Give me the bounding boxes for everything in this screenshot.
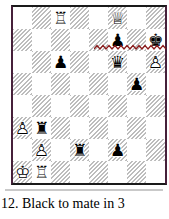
black-rook-b3: ♜ [33,120,50,137]
square-d4 [70,95,89,117]
square-a2 [13,139,32,161]
puzzle-caption: 12. Black to mate in 3 [1,196,125,212]
white-pawn-a3: ♟♙ [14,120,31,137]
square-e8 [89,7,108,29]
black-pawn-g5: ♟ [128,76,145,93]
square-h3 [146,117,165,139]
piece-glyph: ♜ [33,120,50,137]
square-b6 [32,51,51,73]
square-e5 [89,73,108,95]
piece-glyph: ♖ [52,10,69,27]
square-f4 [108,95,127,117]
square-c4 [51,95,70,117]
square-a4 [13,95,32,117]
white-rook-b1: ♜♖ [33,164,50,181]
scan-artifact-line [5,189,163,191]
piece-glyph: ♕ [109,10,126,27]
square-e3 [89,117,108,139]
square-h8 [146,7,165,29]
piece-glyph: ♜ [71,142,88,159]
square-d5 [70,73,89,95]
square-d1 [70,161,89,183]
square-a5 [13,73,32,95]
square-d7 [70,29,89,51]
square-e4 [89,95,108,117]
square-c7 [51,29,70,51]
white-queen-f8: ♛♕ [109,10,126,27]
piece-glyph: ♙ [147,54,164,71]
square-c2 [51,139,70,161]
square-g6 [127,51,146,73]
piece-glyph: ♙ [14,120,31,137]
piece-glyph: ♙ [33,142,50,159]
square-a8 [13,7,32,29]
square-f5 [108,73,127,95]
square-g5: ♟ [127,73,146,95]
square-a6 [13,51,32,73]
white-pawn-b2: ♟♙ [33,142,50,159]
piece-glyph: ♟ [128,76,145,93]
square-h2 [146,139,165,161]
square-h4 [146,95,165,117]
square-g3 [127,117,146,139]
black-pawn-c6: ♟ [52,54,69,71]
square-d6 [70,51,89,73]
piece-glyph: ♔ [14,164,31,181]
square-a3: ♟♙ [13,117,32,139]
square-d8 [70,7,89,29]
square-h1 [146,161,165,183]
square-f8: ♛♕ [108,7,127,29]
square-e1 [89,161,108,183]
black-rook-d2: ♜ [71,142,88,159]
square-b4 [32,95,51,117]
red-squiggle-annotation [94,44,167,50]
square-c3 [51,117,70,139]
black-queen-f6: ♛ [109,54,126,71]
square-a7 [13,29,32,51]
black-pawn-f2: ♟ [109,142,126,159]
square-b7 [32,29,51,51]
square-b5 [32,73,51,95]
square-b1: ♜♖ [32,161,51,183]
piece-glyph: ♟ [52,54,69,71]
white-king-a1: ♚♔ [14,164,31,181]
square-c5 [51,73,70,95]
square-g2 [127,139,146,161]
piece-glyph: ♖ [33,164,50,181]
square-f3 [108,117,127,139]
square-g8 [127,7,146,29]
square-b2: ♟♙ [32,139,51,161]
square-d2: ♜ [70,139,89,161]
square-f2: ♟ [108,139,127,161]
white-pawn-h6: ♟♙ [147,54,164,71]
square-f6: ♛ [108,51,127,73]
square-c6: ♟ [51,51,70,73]
square-g1 [127,161,146,183]
square-f1 [108,161,127,183]
square-b8 [32,7,51,29]
chess-board: ♜♖♛♕♟♚♟♛♟♙♟♟♙♜♟♙♜♟♚♔♜♖ [11,5,167,185]
square-a1: ♚♔ [13,161,32,183]
square-c8: ♜♖ [51,7,70,29]
square-b3: ♜ [32,117,51,139]
square-h5 [146,73,165,95]
square-c1 [51,161,70,183]
red-squiggle-path [94,46,166,50]
white-rook-c8: ♜♖ [52,10,69,27]
piece-glyph: ♟ [109,142,126,159]
square-e2 [89,139,108,161]
piece-glyph: ♛ [109,54,126,71]
square-e6 [89,51,108,73]
square-d3 [70,117,89,139]
square-g4 [127,95,146,117]
square-h6: ♟♙ [146,51,165,73]
